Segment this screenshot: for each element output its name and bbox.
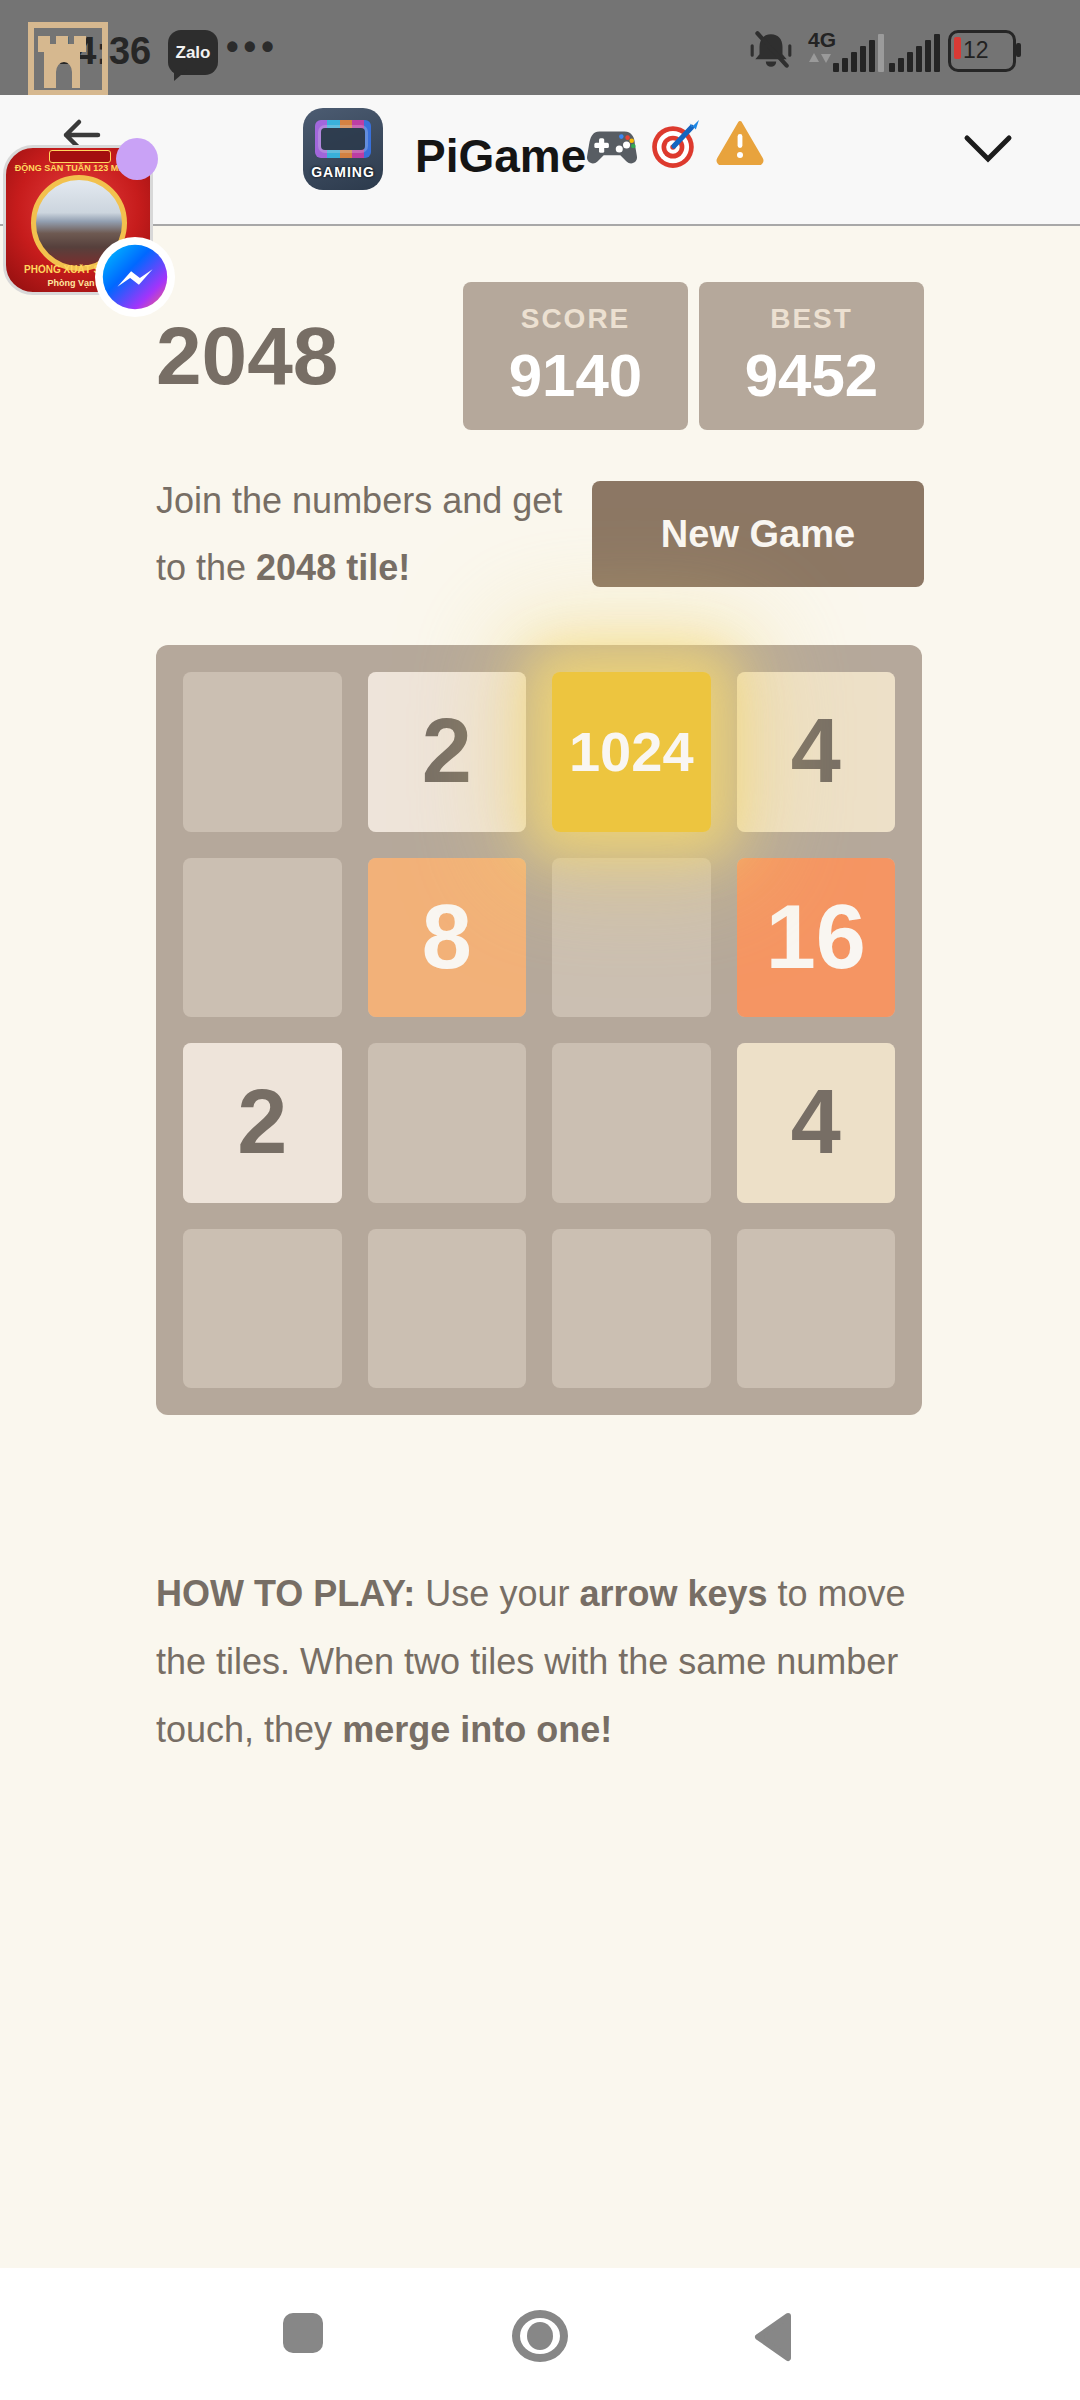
bold-text-run: arrow keys [579, 1573, 767, 1614]
board-tiles-layer: 24816241024 [183, 672, 895, 1388]
tile-4: 4 [737, 1043, 896, 1203]
bold-text-run: merge into one! [342, 1709, 612, 1750]
messenger-icon[interactable] [94, 236, 176, 318]
mute-bell-icon [748, 28, 794, 78]
text-run: Use your [415, 1573, 579, 1614]
page-title: 2048 [156, 309, 338, 403]
home-button[interactable] [512, 2310, 568, 2362]
tile-16: 16 [737, 858, 896, 1018]
sim2-signal-bars-icon [889, 34, 940, 72]
tile-2: 2 [183, 1043, 342, 1203]
citadel-gate-icon [28, 22, 108, 100]
chevron-down-icon[interactable] [962, 133, 1014, 169]
battery-low-fill [954, 37, 961, 59]
battery-icon: 12 [948, 30, 1016, 72]
app-bar: GAMING PiGame [0, 95, 1080, 226]
intro-row: Join the numbers and get to the 2048 til… [156, 467, 924, 601]
sim1-signal-bars-icon [833, 34, 884, 72]
score-panel: SCORE 9140 BEST 9452 [463, 282, 924, 430]
tile-8: 8 [368, 858, 527, 1018]
sim1-signal: 4G [808, 28, 884, 72]
how-to-play-text: HOW TO PLAY: Use your arrow keys to move… [156, 1560, 924, 1764]
more-notifications-dots: ••• [226, 26, 279, 68]
zalo-notification-icon: Zalo [168, 30, 218, 75]
nav-back-button[interactable] [752, 2312, 792, 2366]
phone-screen: 14:36 Zalo ••• 4G [0, 0, 1080, 2400]
sim2-signal [888, 28, 940, 72]
android-nav-bar [0, 2268, 1080, 2400]
tile-1024: 1024 [552, 672, 711, 832]
score-label: SCORE [521, 303, 631, 335]
game-header: 2048 SCORE 9140 BEST 9452 [156, 282, 924, 430]
pigame-app-icon: GAMING [303, 108, 383, 190]
score-value: 9140 [509, 341, 642, 410]
tile-4: 4 [737, 672, 896, 832]
bold-text-run: HOW TO PLAY: [156, 1573, 415, 1614]
gaming-pixel-art [315, 120, 371, 158]
target-dart-icon [648, 119, 700, 175]
best-label: BEST [770, 303, 853, 335]
app-icon-label: GAMING [311, 164, 375, 180]
zalo-label: Zalo [176, 43, 211, 63]
app-title: PiGame [415, 129, 586, 183]
bold-text-run: 2048 tile! [256, 547, 410, 588]
data-arrows-icon [809, 53, 831, 63]
notification-dot [116, 138, 158, 180]
intro-text: Join the numbers and get to the 2048 til… [156, 467, 592, 601]
board-2048[interactable]: 24816241024 [156, 645, 922, 1415]
network-type-label: 4G [808, 28, 836, 52]
tile-2: 2 [368, 672, 527, 832]
best-box: BEST 9452 [699, 282, 924, 430]
warning-icon [716, 119, 764, 169]
new-game-button[interactable]: New Game [592, 481, 924, 587]
status-bar: 14:36 Zalo ••• 4G [0, 0, 1080, 95]
score-box: SCORE 9140 [463, 282, 688, 430]
gamepad-icon [585, 127, 639, 171]
award-banner [49, 150, 111, 163]
game-webview: 2048 SCORE 9140 BEST 9452 Join the numbe… [0, 226, 1080, 2268]
battery-percent: 12 [963, 37, 989, 64]
recents-button[interactable] [283, 2313, 323, 2353]
best-value: 9452 [745, 341, 878, 410]
